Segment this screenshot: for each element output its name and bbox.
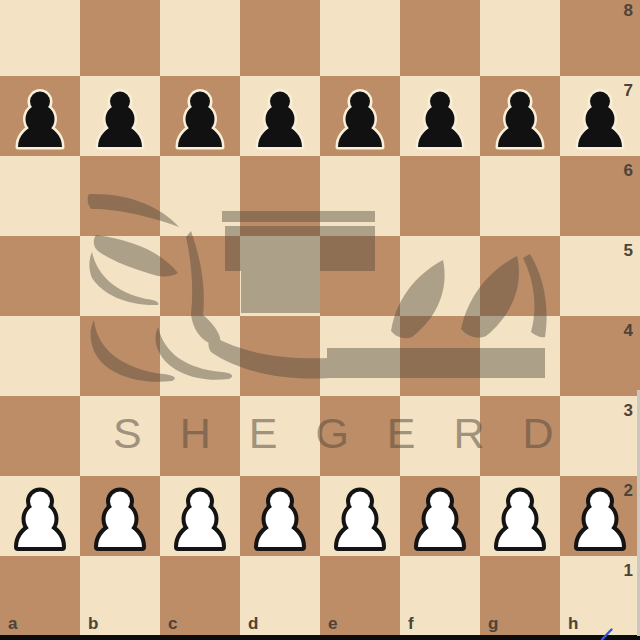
square-h7[interactable]: 7 bbox=[560, 76, 640, 156]
file-label-b: b bbox=[88, 615, 98, 632]
square-a4[interactable] bbox=[0, 316, 80, 396]
square-g3[interactable] bbox=[480, 396, 560, 476]
black-pawn-f7[interactable] bbox=[400, 76, 480, 156]
rank-label-7: 7 bbox=[624, 82, 633, 99]
square-g4[interactable] bbox=[480, 316, 560, 396]
square-e2[interactable] bbox=[320, 476, 400, 556]
square-e3[interactable] bbox=[320, 396, 400, 476]
square-h4[interactable]: 4 bbox=[560, 316, 640, 396]
square-a7[interactable] bbox=[0, 76, 80, 156]
square-d6[interactable] bbox=[240, 156, 320, 236]
rank-label-4: 4 bbox=[624, 322, 633, 339]
chess-app: 8765432abcdefg1h SHEGERD bbox=[0, 0, 640, 640]
square-b8[interactable] bbox=[80, 0, 160, 76]
square-e8[interactable] bbox=[320, 0, 400, 76]
square-b5[interactable] bbox=[80, 236, 160, 316]
file-label-h: h bbox=[568, 615, 578, 632]
white-pawn-a2[interactable] bbox=[0, 476, 80, 556]
square-b4[interactable] bbox=[80, 316, 160, 396]
black-pawn-b7[interactable] bbox=[80, 76, 160, 156]
file-label-g: g bbox=[488, 615, 498, 632]
square-f6[interactable] bbox=[400, 156, 480, 236]
square-a2[interactable] bbox=[0, 476, 80, 556]
square-d1[interactable]: d bbox=[240, 556, 320, 636]
square-b6[interactable] bbox=[80, 156, 160, 236]
rank-label-3: 3 bbox=[624, 402, 633, 419]
square-f4[interactable] bbox=[400, 316, 480, 396]
square-c1[interactable]: c bbox=[160, 556, 240, 636]
square-a3[interactable] bbox=[0, 396, 80, 476]
square-c8[interactable] bbox=[160, 0, 240, 76]
square-d2[interactable] bbox=[240, 476, 320, 556]
white-pawn-g2[interactable] bbox=[480, 476, 560, 556]
square-h3[interactable]: 3 bbox=[560, 396, 640, 476]
square-e4[interactable] bbox=[320, 316, 400, 396]
file-label-a: a bbox=[8, 615, 17, 632]
square-g7[interactable] bbox=[480, 76, 560, 156]
rank-label-6: 6 bbox=[624, 162, 633, 179]
square-c3[interactable] bbox=[160, 396, 240, 476]
square-e1[interactable]: e bbox=[320, 556, 400, 636]
square-b1[interactable]: b bbox=[80, 556, 160, 636]
square-c6[interactable] bbox=[160, 156, 240, 236]
white-pawn-d2[interactable] bbox=[240, 476, 320, 556]
chess-board: 8765432abcdefg1h bbox=[0, 0, 640, 636]
file-label-d: d bbox=[248, 615, 258, 632]
square-c4[interactable] bbox=[160, 316, 240, 396]
square-c5[interactable] bbox=[160, 236, 240, 316]
black-pawn-c7[interactable] bbox=[160, 76, 240, 156]
white-pawn-f2[interactable] bbox=[400, 476, 480, 556]
square-d4[interactable] bbox=[240, 316, 320, 396]
square-b7[interactable] bbox=[80, 76, 160, 156]
square-h5[interactable]: 5 bbox=[560, 236, 640, 316]
square-c2[interactable] bbox=[160, 476, 240, 556]
white-pawn-e2[interactable] bbox=[320, 476, 400, 556]
square-g6[interactable] bbox=[480, 156, 560, 236]
square-f8[interactable] bbox=[400, 0, 480, 76]
bottom-edge-bar bbox=[0, 635, 640, 640]
rank-label-2: 2 bbox=[624, 482, 633, 499]
square-e5[interactable] bbox=[320, 236, 400, 316]
black-pawn-a7[interactable] bbox=[0, 76, 80, 156]
square-g1[interactable]: g bbox=[480, 556, 560, 636]
square-a8[interactable] bbox=[0, 0, 80, 76]
square-e7[interactable] bbox=[320, 76, 400, 156]
black-pawn-d7[interactable] bbox=[240, 76, 320, 156]
square-g8[interactable] bbox=[480, 0, 560, 76]
square-f1[interactable]: f bbox=[400, 556, 480, 636]
file-label-e: e bbox=[328, 615, 337, 632]
square-b2[interactable] bbox=[80, 476, 160, 556]
white-pawn-b2[interactable] bbox=[80, 476, 160, 556]
square-f2[interactable] bbox=[400, 476, 480, 556]
square-f3[interactable] bbox=[400, 396, 480, 476]
square-c7[interactable] bbox=[160, 76, 240, 156]
square-f7[interactable] bbox=[400, 76, 480, 156]
square-f5[interactable] bbox=[400, 236, 480, 316]
black-pawn-g7[interactable] bbox=[480, 76, 560, 156]
square-a6[interactable] bbox=[0, 156, 80, 236]
white-pawn-c2[interactable] bbox=[160, 476, 240, 556]
rank-label-8: 8 bbox=[624, 2, 633, 19]
square-d8[interactable] bbox=[240, 0, 320, 76]
square-h8[interactable]: 8 bbox=[560, 0, 640, 76]
square-d3[interactable] bbox=[240, 396, 320, 476]
square-g2[interactable] bbox=[480, 476, 560, 556]
square-d5[interactable] bbox=[240, 236, 320, 316]
square-a5[interactable] bbox=[0, 236, 80, 316]
square-h1[interactable]: 1h bbox=[560, 556, 640, 636]
square-g5[interactable] bbox=[480, 236, 560, 316]
square-d7[interactable] bbox=[240, 76, 320, 156]
square-h2[interactable]: 2 bbox=[560, 476, 640, 556]
black-pawn-e7[interactable] bbox=[320, 76, 400, 156]
square-h6[interactable]: 6 bbox=[560, 156, 640, 236]
square-e6[interactable] bbox=[320, 156, 400, 236]
file-label-f: f bbox=[408, 615, 414, 632]
square-a1[interactable]: a bbox=[0, 556, 80, 636]
rank-label-1: 1 bbox=[624, 562, 633, 579]
rank-label-5: 5 bbox=[624, 242, 633, 259]
square-b3[interactable] bbox=[80, 396, 160, 476]
file-label-c: c bbox=[168, 615, 177, 632]
